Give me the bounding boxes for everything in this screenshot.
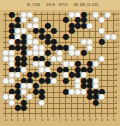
black-stone: ● xyxy=(63,77,70,85)
white-stone: ● xyxy=(51,77,58,85)
status-bar: B: 248 49.8 · 87/4 W: 88 (2:48) xyxy=(0,0,120,10)
white-stone: ● xyxy=(99,55,106,63)
row-label: 1 xyxy=(115,111,120,117)
go-board: ●●●●●●●●●●●●●●●●●●●●●●●●●●●●●●●●●●●●●●●●… xyxy=(3,12,117,117)
board-cell[interactable]: ● xyxy=(93,100,99,106)
board-cell[interactable]: ● xyxy=(93,62,99,68)
board-cell[interactable]: ● xyxy=(51,78,57,84)
board-cell[interactable]: ● xyxy=(87,45,93,51)
white-stone: ● xyxy=(99,16,106,24)
black-stone: ● xyxy=(81,49,88,57)
go-app-window: B: 248 49.8 · 87/4 W: 88 (2:48) ●●●●●●●●… xyxy=(0,0,120,126)
white-stone: ● xyxy=(87,44,94,52)
white-stone: ● xyxy=(87,22,94,30)
board-cell[interactable]: ● xyxy=(99,56,105,62)
board-cell[interactable]: ● xyxy=(27,95,33,101)
black-stone: ● xyxy=(63,33,70,41)
board-cell[interactable]: ● xyxy=(99,18,105,24)
status-move-info: 49.8 · 87/4 xyxy=(46,2,68,10)
black-stone: ● xyxy=(69,27,76,35)
board-cell[interactable]: ● xyxy=(87,67,93,73)
black-stone: ● xyxy=(21,104,28,112)
black-stone: ● xyxy=(87,66,94,74)
white-stone: ● xyxy=(93,60,100,68)
black-stone: ● xyxy=(51,27,58,35)
black-stone: ● xyxy=(99,38,106,46)
board-cell[interactable]: ● xyxy=(69,29,75,35)
column-labels: ABCDEFGHIJKLMNOPQRS xyxy=(3,118,120,122)
board-cell[interactable]: ● xyxy=(63,34,69,40)
board-cell[interactable]: ● xyxy=(63,78,69,84)
col-label: S xyxy=(111,118,117,122)
row-labels: 19181716151413121110987654321 xyxy=(115,12,120,117)
board-cell[interactable]: ● xyxy=(39,100,45,106)
board-cell[interactable]: ● xyxy=(81,51,87,57)
board-cell[interactable]: ● xyxy=(105,12,111,18)
white-stone: ● xyxy=(27,93,34,101)
white-stone: ● xyxy=(99,93,106,101)
board-cell[interactable]: ● xyxy=(21,106,27,112)
board-cell[interactable]: ● xyxy=(87,23,93,29)
white-stone: ● xyxy=(39,99,46,107)
board-cell[interactable]: ● xyxy=(99,40,105,46)
white-stone: ● xyxy=(105,11,112,19)
white-stone: ● xyxy=(111,33,118,41)
black-stone: ● xyxy=(93,99,100,107)
board-cell[interactable]: ● xyxy=(99,95,105,101)
board-cell[interactable]: ● xyxy=(111,34,117,40)
board-cell[interactable]: ● xyxy=(51,29,57,35)
